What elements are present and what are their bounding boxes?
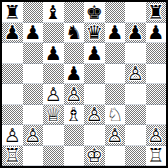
white-pawn-a2: ♙ bbox=[4, 125, 21, 144]
white-pawn-b2: ♙ bbox=[24, 125, 41, 144]
white-rook-a1: ♖ bbox=[4, 146, 21, 165]
square-d5[interactable]: ♟ bbox=[64, 64, 85, 85]
square-f5[interactable] bbox=[105, 64, 126, 85]
square-c4[interactable]: ♙ bbox=[43, 84, 64, 105]
black-queen-e7: ♛ bbox=[86, 23, 103, 42]
square-f6[interactable] bbox=[105, 43, 126, 64]
white-rook-h1: ♖ bbox=[147, 146, 164, 165]
square-f3[interactable]: ♘ bbox=[105, 105, 126, 126]
square-g2[interactable] bbox=[125, 125, 146, 146]
black-rook-a8: ♜ bbox=[4, 2, 21, 21]
square-f2[interactable]: ♙ bbox=[105, 125, 126, 146]
square-g7[interactable]: ♟ bbox=[125, 23, 146, 44]
black-rook-h8: ♜ bbox=[147, 2, 164, 21]
square-b4[interactable] bbox=[23, 84, 44, 105]
square-f1[interactable] bbox=[105, 146, 126, 167]
square-e2[interactable] bbox=[84, 125, 105, 146]
white-pawn-g5: ♙ bbox=[127, 64, 144, 83]
square-h5[interactable] bbox=[146, 64, 167, 85]
square-c8[interactable]: ♝ bbox=[43, 2, 64, 23]
square-a8[interactable]: ♜ bbox=[2, 2, 23, 23]
white-king-e1: ♔ bbox=[86, 146, 103, 165]
square-a2[interactable]: ♙ bbox=[2, 125, 23, 146]
square-c7[interactable] bbox=[43, 23, 64, 44]
square-g6[interactable] bbox=[125, 43, 146, 64]
square-c3[interactable]: ♕ bbox=[43, 105, 64, 126]
square-d2[interactable] bbox=[64, 125, 85, 146]
square-a1[interactable]: ♖ bbox=[2, 146, 23, 167]
square-h2[interactable]: ♙ bbox=[146, 125, 167, 146]
square-a3[interactable] bbox=[2, 105, 23, 126]
square-c2[interactable] bbox=[43, 125, 64, 146]
square-d3[interactable]: ♗ bbox=[64, 105, 85, 126]
black-pawn-h7: ♟ bbox=[147, 23, 164, 42]
square-h1[interactable]: ♖ bbox=[146, 146, 167, 167]
square-e1[interactable]: ♔ bbox=[84, 146, 105, 167]
black-pawn-d5: ♟ bbox=[65, 64, 82, 83]
square-e4[interactable] bbox=[84, 84, 105, 105]
square-f7[interactable]: ♟ bbox=[105, 23, 126, 44]
white-pawn-h2: ♙ bbox=[147, 125, 164, 144]
white-pawn-e3: ♙ bbox=[86, 105, 103, 124]
square-c5[interactable] bbox=[43, 64, 64, 85]
square-b3[interactable] bbox=[23, 105, 44, 126]
square-f8[interactable] bbox=[105, 2, 126, 23]
black-pawn-b7: ♟ bbox=[24, 23, 41, 42]
square-h8[interactable]: ♜ bbox=[146, 2, 167, 23]
black-knight-d7: ♞ bbox=[65, 23, 82, 42]
black-pawn-e6: ♟ bbox=[86, 43, 103, 62]
black-king-e8: ♚ bbox=[86, 2, 103, 21]
square-e7[interactable]: ♛ bbox=[84, 23, 105, 44]
square-a5[interactable] bbox=[2, 64, 23, 85]
square-b1[interactable] bbox=[23, 146, 44, 167]
square-d7[interactable]: ♞ bbox=[64, 23, 85, 44]
white-pawn-c4: ♙ bbox=[45, 84, 62, 103]
square-c1[interactable] bbox=[43, 146, 64, 167]
black-bishop-c8: ♝ bbox=[45, 2, 62, 21]
square-h7[interactable]: ♟ bbox=[146, 23, 167, 44]
square-a4[interactable] bbox=[2, 84, 23, 105]
white-pawn-f2: ♙ bbox=[106, 125, 123, 144]
square-g3[interactable] bbox=[125, 105, 146, 126]
square-b6[interactable] bbox=[23, 43, 44, 64]
square-h6[interactable] bbox=[146, 43, 167, 64]
square-b7[interactable]: ♟ bbox=[23, 23, 44, 44]
square-e5[interactable] bbox=[84, 64, 105, 85]
square-b2[interactable]: ♙ bbox=[23, 125, 44, 146]
square-a7[interactable]: ♟ bbox=[2, 23, 23, 44]
black-pawn-f7: ♟ bbox=[106, 23, 123, 42]
black-pawn-g7: ♟ bbox=[127, 23, 144, 42]
white-pawn-d4: ♙ bbox=[65, 84, 82, 103]
black-pawn-a7: ♟ bbox=[4, 23, 21, 42]
square-d1[interactable] bbox=[64, 146, 85, 167]
square-b8[interactable] bbox=[23, 2, 44, 23]
square-f4[interactable] bbox=[105, 84, 126, 105]
square-a6[interactable] bbox=[2, 43, 23, 64]
square-b5[interactable] bbox=[23, 64, 44, 85]
square-d6[interactable] bbox=[64, 43, 85, 64]
square-g8[interactable] bbox=[125, 2, 146, 23]
chess-board: ♜♝♚♜♟♟♞♛♟♟♟♟♟♟♙♙♙♕♗♙♘♙♙♙♙♖♔♖ bbox=[0, 0, 168, 168]
square-h4[interactable] bbox=[146, 84, 167, 105]
square-e8[interactable]: ♚ bbox=[84, 2, 105, 23]
square-g5[interactable]: ♙ bbox=[125, 64, 146, 85]
square-g1[interactable] bbox=[125, 146, 146, 167]
square-d4[interactable]: ♙ bbox=[64, 84, 85, 105]
white-bishop-d3: ♗ bbox=[65, 105, 82, 124]
square-e3[interactable]: ♙ bbox=[84, 105, 105, 126]
white-queen-c3: ♕ bbox=[45, 105, 62, 124]
square-c6[interactable]: ♟ bbox=[43, 43, 64, 64]
square-g4[interactable] bbox=[125, 84, 146, 105]
square-h3[interactable] bbox=[146, 105, 167, 126]
white-knight-f3: ♘ bbox=[106, 105, 123, 124]
black-pawn-c6: ♟ bbox=[45, 43, 62, 62]
square-e6[interactable]: ♟ bbox=[84, 43, 105, 64]
square-d8[interactable] bbox=[64, 2, 85, 23]
